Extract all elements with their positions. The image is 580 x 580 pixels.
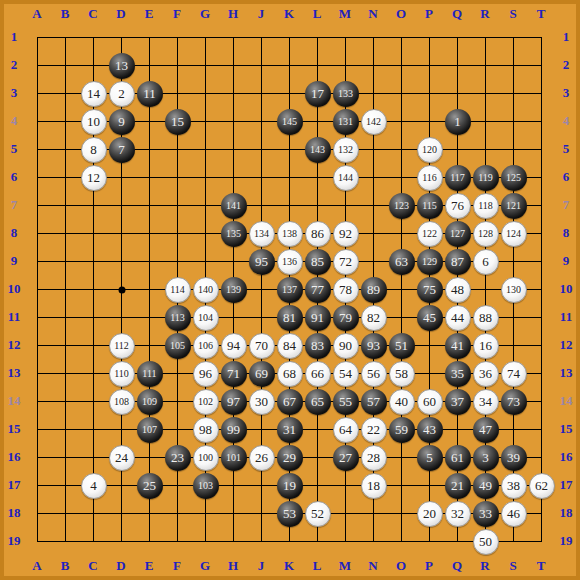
stone-white-34-R14: 34 [473, 389, 499, 415]
stone-black-33-R18: 33 [473, 501, 499, 527]
stone-black-131-M4: 131 [333, 109, 359, 135]
stone-white-78-M10: 78 [333, 277, 359, 303]
col-label-bottom-J: J [258, 558, 265, 574]
col-label-bottom-L: L [313, 558, 322, 574]
stone-white-58-O13: 58 [389, 361, 415, 387]
stone-black-93-N12: 93 [361, 333, 387, 359]
row-label-left-9: 9 [11, 253, 18, 269]
col-label-top-D: D [116, 6, 125, 22]
stone-black-69-J13: 69 [249, 361, 275, 387]
stone-black-7-D5: 7 [109, 137, 135, 163]
row-label-left-5: 5 [11, 141, 18, 157]
row-label-right-17: 17 [560, 477, 573, 493]
stone-white-6-R9: 6 [473, 249, 499, 275]
stone-white-70-J12: 70 [249, 333, 275, 359]
grid-line-horizontal [37, 541, 542, 542]
stone-white-76-Q7: 76 [445, 193, 471, 219]
stone-black-79-M11: 79 [333, 305, 359, 331]
stone-black-91-L11: 91 [305, 305, 331, 331]
col-label-top-N: N [368, 6, 377, 22]
stone-white-26-J16: 26 [249, 445, 275, 471]
stone-black-23-F16: 23 [165, 445, 191, 471]
col-label-top-E: E [145, 6, 154, 22]
row-label-right-8: 8 [563, 225, 570, 241]
col-label-bottom-K: K [284, 558, 294, 574]
stone-white-32-Q18: 32 [445, 501, 471, 527]
stone-white-96-G13: 96 [193, 361, 219, 387]
stone-black-121-S7: 121 [501, 193, 527, 219]
stone-black-129-P9: 129 [417, 249, 443, 275]
stone-black-73-S14: 73 [501, 389, 527, 415]
row-label-right-12: 12 [560, 337, 573, 353]
stone-black-141-H7: 141 [221, 193, 247, 219]
col-label-bottom-P: P [425, 558, 433, 574]
stone-white-46-S18: 46 [501, 501, 527, 527]
row-label-left-2: 2 [11, 57, 18, 73]
row-label-right-7: 7 [563, 197, 570, 213]
stone-black-97-H14: 97 [221, 389, 247, 415]
stone-black-45-P11: 45 [417, 305, 443, 331]
stone-black-31-K15: 31 [277, 417, 303, 443]
stone-black-27-M16: 27 [333, 445, 359, 471]
col-label-top-A: A [32, 6, 41, 22]
stone-white-52-L18: 52 [305, 501, 331, 527]
stone-white-118-R7: 118 [473, 193, 499, 219]
stone-black-143-L5: 143 [305, 137, 331, 163]
stone-white-84-K12: 84 [277, 333, 303, 359]
stone-black-101-H16: 101 [221, 445, 247, 471]
row-label-left-12: 12 [8, 337, 21, 353]
col-label-bottom-G: G [200, 558, 210, 574]
stone-black-57-N14: 57 [361, 389, 387, 415]
row-label-left-18: 18 [8, 505, 21, 521]
stone-white-74-S13: 74 [501, 361, 527, 387]
col-label-top-Q: Q [452, 6, 462, 22]
stone-black-133-M3: 133 [333, 81, 359, 107]
stone-black-3-R16: 3 [473, 445, 499, 471]
stone-white-48-Q10: 48 [445, 277, 471, 303]
stone-black-85-L9: 85 [305, 249, 331, 275]
stone-black-67-K14: 67 [277, 389, 303, 415]
stone-white-92-M8: 92 [333, 221, 359, 247]
stone-white-112-D12: 112 [109, 333, 135, 359]
stone-white-144-M6: 144 [333, 165, 359, 191]
stone-black-145-K4: 145 [277, 109, 303, 135]
stone-black-51-O12: 51 [389, 333, 415, 359]
stone-black-5-P16: 5 [417, 445, 443, 471]
col-label-bottom-R: R [480, 558, 489, 574]
stone-black-139-H10: 139 [221, 277, 247, 303]
stone-white-82-N11: 82 [361, 305, 387, 331]
col-label-bottom-H: H [228, 558, 238, 574]
col-label-top-S: S [509, 6, 516, 22]
stone-black-75-P10: 75 [417, 277, 443, 303]
row-label-right-19: 19 [560, 533, 573, 549]
col-label-bottom-T: T [537, 558, 546, 574]
col-label-bottom-N: N [368, 558, 377, 574]
stone-white-24-D16: 24 [109, 445, 135, 471]
stone-white-36-R13: 36 [473, 361, 499, 387]
stone-white-140-G10: 140 [193, 277, 219, 303]
stone-black-21-Q17: 21 [445, 473, 471, 499]
row-label-left-15: 15 [8, 421, 21, 437]
stone-white-116-P6: 116 [417, 165, 443, 191]
stone-white-114-F10: 114 [165, 277, 191, 303]
stone-white-18-N17: 18 [361, 473, 387, 499]
col-label-top-H: H [228, 6, 238, 22]
stone-black-81-K11: 81 [277, 305, 303, 331]
row-label-left-8: 8 [11, 225, 18, 241]
col-label-top-B: B [61, 6, 70, 22]
stone-black-71-H13: 71 [221, 361, 247, 387]
col-label-top-F: F [173, 6, 181, 22]
row-label-right-14: 14 [560, 393, 573, 409]
stone-black-19-K17: 19 [277, 473, 303, 499]
row-label-left-10: 10 [8, 281, 21, 297]
stone-black-61-Q16: 61 [445, 445, 471, 471]
grid-line-vertical [541, 37, 542, 542]
col-label-bottom-B: B [61, 558, 70, 574]
stone-white-12-C6: 12 [81, 165, 107, 191]
stone-white-64-M15: 64 [333, 417, 359, 443]
col-label-bottom-D: D [116, 558, 125, 574]
row-label-right-2: 2 [563, 57, 570, 73]
col-label-top-T: T [537, 6, 546, 22]
col-label-bottom-Q: Q [452, 558, 462, 574]
stone-white-2-D3: 2 [109, 81, 135, 107]
stone-white-30-J14: 30 [249, 389, 275, 415]
row-label-left-6: 6 [11, 169, 18, 185]
stone-white-28-N16: 28 [361, 445, 387, 471]
stone-white-40-O14: 40 [389, 389, 415, 415]
stone-black-123-O7: 123 [389, 193, 415, 219]
stone-black-77-L10: 77 [305, 277, 331, 303]
col-label-top-O: O [396, 6, 406, 22]
stone-black-13-D2: 13 [109, 53, 135, 79]
col-label-top-C: C [88, 6, 97, 22]
stone-white-44-Q11: 44 [445, 305, 471, 331]
stone-white-100-G16: 100 [193, 445, 219, 471]
star-point-D10 [118, 286, 125, 293]
stone-black-55-M14: 55 [333, 389, 359, 415]
stone-white-8-C5: 8 [81, 137, 107, 163]
stone-white-104-G11: 104 [193, 305, 219, 331]
stone-white-86-L8: 86 [305, 221, 331, 247]
row-label-left-3: 3 [11, 85, 18, 101]
row-label-left-11: 11 [8, 309, 20, 325]
col-label-top-K: K [284, 6, 294, 22]
stone-black-127-Q8: 127 [445, 221, 471, 247]
stone-black-59-O15: 59 [389, 417, 415, 443]
stone-white-72-M9: 72 [333, 249, 359, 275]
stone-white-108-D14: 108 [109, 389, 135, 415]
go-board-screenshot: AABBCCDDEEFFGGHHJJKKLLMMNNOOPPQQRRSSTT11… [0, 0, 580, 580]
stone-black-83-L12: 83 [305, 333, 331, 359]
row-label-right-10: 10 [560, 281, 573, 297]
stone-white-56-N13: 56 [361, 361, 387, 387]
row-label-right-15: 15 [560, 421, 573, 437]
stone-white-120-P5: 120 [417, 137, 443, 163]
stone-black-43-P15: 43 [417, 417, 443, 443]
stone-white-94-H12: 94 [221, 333, 247, 359]
row-label-right-4: 4 [563, 113, 570, 129]
stone-black-87-Q9: 87 [445, 249, 471, 275]
stone-black-15-F4: 15 [165, 109, 191, 135]
stone-black-9-D4: 9 [109, 109, 135, 135]
col-label-top-L: L [313, 6, 322, 22]
stone-black-11-E3: 11 [137, 81, 163, 107]
stone-black-47-R15: 47 [473, 417, 499, 443]
stone-white-4-C17: 4 [81, 473, 107, 499]
stone-white-54-M13: 54 [333, 361, 359, 387]
row-label-left-7: 7 [11, 197, 18, 213]
stone-white-110-D13: 110 [109, 361, 135, 387]
row-label-right-13: 13 [560, 365, 573, 381]
row-label-right-16: 16 [560, 449, 573, 465]
row-label-left-17: 17 [8, 477, 21, 493]
stone-white-60-P14: 60 [417, 389, 443, 415]
stone-black-49-R17: 49 [473, 473, 499, 499]
stone-black-25-E17: 25 [137, 473, 163, 499]
stone-black-99-H15: 99 [221, 417, 247, 443]
stone-black-107-E15: 107 [137, 417, 163, 443]
stone-white-142-N4: 142 [361, 109, 387, 135]
stone-black-109-E14: 109 [137, 389, 163, 415]
stone-black-111-E13: 111 [137, 361, 163, 387]
col-label-top-M: M [339, 6, 351, 22]
stone-black-137-K10: 137 [277, 277, 303, 303]
stone-white-62-T17: 62 [529, 473, 555, 499]
stone-black-135-H8: 135 [221, 221, 247, 247]
stone-white-134-J8: 134 [249, 221, 275, 247]
stone-black-29-K16: 29 [277, 445, 303, 471]
stone-black-89-N10: 89 [361, 277, 387, 303]
stone-white-102-G14: 102 [193, 389, 219, 415]
stone-white-90-M12: 90 [333, 333, 359, 359]
stone-white-88-R11: 88 [473, 305, 499, 331]
row-label-right-1: 1 [563, 29, 570, 45]
stone-black-113-F11: 113 [165, 305, 191, 331]
row-label-right-11: 11 [560, 309, 572, 325]
col-label-bottom-A: A [32, 558, 41, 574]
stone-white-20-P18: 20 [417, 501, 443, 527]
stone-black-39-S16: 39 [501, 445, 527, 471]
stone-white-68-K13: 68 [277, 361, 303, 387]
stone-black-37-Q14: 37 [445, 389, 471, 415]
stone-black-117-Q6: 117 [445, 165, 471, 191]
col-label-top-P: P [425, 6, 433, 22]
col-label-top-G: G [200, 6, 210, 22]
stone-white-22-N15: 22 [361, 417, 387, 443]
col-label-top-R: R [480, 6, 489, 22]
row-label-left-4: 4 [11, 113, 18, 129]
stone-black-17-L3: 17 [305, 81, 331, 107]
stone-white-124-S8: 124 [501, 221, 527, 247]
stone-black-65-L14: 65 [305, 389, 331, 415]
stone-white-128-R8: 128 [473, 221, 499, 247]
row-label-left-1: 1 [11, 29, 18, 45]
row-label-right-6: 6 [563, 169, 570, 185]
col-label-bottom-M: M [339, 558, 351, 574]
stone-white-38-S17: 38 [501, 473, 527, 499]
row-label-left-13: 13 [8, 365, 21, 381]
col-label-bottom-F: F [173, 558, 181, 574]
col-label-bottom-C: C [88, 558, 97, 574]
stone-white-50-R19: 50 [473, 529, 499, 555]
grid-line-vertical [401, 37, 402, 542]
stone-black-41-Q12: 41 [445, 333, 471, 359]
stone-black-105-F12: 105 [165, 333, 191, 359]
stone-black-53-K18: 53 [277, 501, 303, 527]
stone-black-63-O9: 63 [389, 249, 415, 275]
col-label-top-J: J [258, 6, 265, 22]
row-label-left-19: 19 [8, 533, 21, 549]
stone-white-106-G12: 106 [193, 333, 219, 359]
go-board[interactable]: AABBCCDDEEFFGGHHJJKKLLMMNNOOPPQQRRSSTT11… [0, 0, 580, 580]
stone-black-119-R6: 119 [473, 165, 499, 191]
stone-white-16-R12: 16 [473, 333, 499, 359]
stone-black-125-S6: 125 [501, 165, 527, 191]
stone-white-136-K9: 136 [277, 249, 303, 275]
row-label-left-14: 14 [8, 393, 21, 409]
stone-white-66-L13: 66 [305, 361, 331, 387]
row-label-right-3: 3 [563, 85, 570, 101]
row-label-right-18: 18 [560, 505, 573, 521]
stone-white-10-C4: 10 [81, 109, 107, 135]
stone-white-98-G15: 98 [193, 417, 219, 443]
stone-black-1-Q4: 1 [445, 109, 471, 135]
row-label-right-9: 9 [563, 253, 570, 269]
row-label-left-16: 16 [8, 449, 21, 465]
stone-white-14-C3: 14 [81, 81, 107, 107]
stone-white-130-S10: 130 [501, 277, 527, 303]
stone-black-115-P7: 115 [417, 193, 443, 219]
stone-white-132-M5: 132 [333, 137, 359, 163]
col-label-bottom-E: E [145, 558, 154, 574]
stone-black-35-Q13: 35 [445, 361, 471, 387]
stone-black-95-J9: 95 [249, 249, 275, 275]
col-label-bottom-S: S [509, 558, 516, 574]
stone-black-103-G17: 103 [193, 473, 219, 499]
stone-white-122-P8: 122 [417, 221, 443, 247]
row-label-right-5: 5 [563, 141, 570, 157]
stone-white-138-K8: 138 [277, 221, 303, 247]
col-label-bottom-O: O [396, 558, 406, 574]
